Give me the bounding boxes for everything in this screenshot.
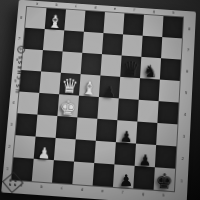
square-h3[interactable] <box>156 123 177 146</box>
square-h6[interactable] <box>160 58 181 81</box>
square-b1[interactable] <box>32 159 54 183</box>
file-label: a <box>27 0 47 7</box>
square-d6[interactable] <box>81 53 102 76</box>
rank-label: 7 <box>183 39 194 61</box>
square-e8[interactable] <box>103 12 124 34</box>
board-grid: ♝♛♞♛♝♟♚♟♟♟♚ <box>12 7 183 191</box>
rank-label: 4 <box>179 103 190 126</box>
square-b6[interactable] <box>41 50 62 73</box>
square-c1[interactable] <box>52 160 74 184</box>
white-pawn[interactable]: ♟ <box>37 145 51 161</box>
black-king[interactable]: ♚ <box>155 170 173 192</box>
white-bishop[interactable]: ♝ <box>81 79 97 98</box>
square-a5[interactable] <box>19 70 41 93</box>
square-g4[interactable] <box>137 100 158 123</box>
square-a4[interactable] <box>17 92 39 115</box>
square-d1[interactable] <box>72 162 94 186</box>
file-label: b <box>47 2 67 9</box>
square-b7[interactable] <box>43 29 64 51</box>
square-d5[interactable]: ♝ <box>79 74 100 97</box>
rank-label: 4 <box>10 91 18 113</box>
rank-label: 8 <box>184 18 195 40</box>
square-e3[interactable] <box>96 119 118 142</box>
square-e1[interactable] <box>93 163 115 187</box>
rank-label: 6 <box>182 60 193 82</box>
square-d2[interactable] <box>74 139 96 163</box>
knight-icon: ♞ <box>12 182 17 186</box>
square-a7[interactable] <box>23 28 44 50</box>
square-c7[interactable] <box>63 30 84 52</box>
square-e5[interactable]: ♟ <box>99 75 120 98</box>
file-label: d <box>86 4 106 11</box>
square-e6[interactable] <box>100 54 121 77</box>
rank-label: 5 <box>181 81 192 103</box>
us-chess-seal-icon: ✛ <box>16 45 25 53</box>
square-f7[interactable] <box>122 34 143 56</box>
square-g6[interactable]: ♞ <box>140 57 161 80</box>
square-g1[interactable] <box>133 166 155 190</box>
rank-label: 2 <box>5 135 13 158</box>
file-label: d <box>72 186 93 194</box>
chess-board: abcdefgh abcdefgh 87654321 87654321 ✛ US… <box>1 0 196 200</box>
black-queen[interactable]: ♛ <box>122 58 140 79</box>
square-h4[interactable] <box>157 101 178 124</box>
square-c2[interactable] <box>54 138 76 162</box>
square-h1[interactable]: ♚ <box>154 167 176 191</box>
square-g2[interactable]: ♟ <box>135 144 156 168</box>
square-f3[interactable]: ♟ <box>116 120 137 143</box>
rank-label: 3 <box>8 113 16 135</box>
square-f2[interactable] <box>114 142 136 166</box>
square-f4[interactable] <box>117 98 138 121</box>
white-king[interactable]: ♚ <box>59 97 78 118</box>
square-h5[interactable] <box>159 80 180 103</box>
square-g5[interactable] <box>139 78 160 101</box>
square-e7[interactable] <box>102 33 123 55</box>
square-b3[interactable] <box>36 115 58 138</box>
square-c6[interactable] <box>61 51 82 74</box>
black-pawn[interactable]: ♟ <box>120 128 134 144</box>
square-a3[interactable] <box>16 113 38 136</box>
photo: abcdefgh abcdefgh 87654321 87654321 ✛ US… <box>0 0 200 200</box>
square-g3[interactable] <box>136 122 157 145</box>
square-f5[interactable] <box>119 77 140 100</box>
square-f6[interactable]: ♛ <box>120 56 141 79</box>
square-d4[interactable] <box>77 96 99 119</box>
rank-label: 8 <box>17 6 25 27</box>
square-d8[interactable] <box>84 11 105 33</box>
white-bishop[interactable]: ♝ <box>47 13 63 31</box>
square-a2[interactable] <box>14 135 36 159</box>
file-label: c <box>51 185 72 193</box>
square-g7[interactable] <box>141 36 162 58</box>
square-b8[interactable]: ♝ <box>45 8 66 30</box>
white-queen[interactable]: ♛ <box>61 75 79 96</box>
square-c8[interactable] <box>64 10 85 32</box>
file-label: c <box>66 3 86 10</box>
file-label: f <box>112 189 133 197</box>
black-pawn[interactable]: ♟ <box>103 83 116 99</box>
rank-label: 1 <box>176 169 187 192</box>
square-f8[interactable] <box>123 13 144 35</box>
square-e2[interactable] <box>94 141 116 165</box>
square-b4[interactable] <box>37 93 59 116</box>
rank-label: 3 <box>178 124 189 147</box>
square-d3[interactable] <box>76 117 98 140</box>
black-pawn-captured[interactable]: ♟ <box>119 173 133 189</box>
file-label: f <box>124 7 144 14</box>
knight-logo-glyphs: ♞♞♞♞ <box>7 178 18 187</box>
square-c5[interactable]: ♛ <box>59 73 81 96</box>
file-label: b <box>31 183 52 191</box>
file-label: g <box>133 190 154 198</box>
square-c3[interactable] <box>56 116 78 139</box>
square-b2[interactable]: ♟ <box>34 137 56 161</box>
file-label: e <box>105 6 125 13</box>
file-label: g <box>144 8 164 15</box>
square-h8[interactable] <box>162 16 183 38</box>
square-d7[interactable] <box>82 32 103 54</box>
square-a6[interactable] <box>21 49 43 72</box>
black-pawn[interactable]: ♟ <box>138 152 152 168</box>
square-e4[interactable] <box>97 97 118 120</box>
square-h2[interactable] <box>155 145 176 169</box>
black-knight[interactable]: ♞ <box>143 63 158 81</box>
rank-label: 2 <box>177 147 188 170</box>
file-label: e <box>92 187 113 195</box>
square-c4[interactable]: ♚ <box>57 94 79 117</box>
square-a8[interactable] <box>25 7 46 29</box>
square-g8[interactable] <box>143 15 164 37</box>
square-h7[interactable] <box>161 37 182 59</box>
square-b5[interactable] <box>39 71 61 94</box>
